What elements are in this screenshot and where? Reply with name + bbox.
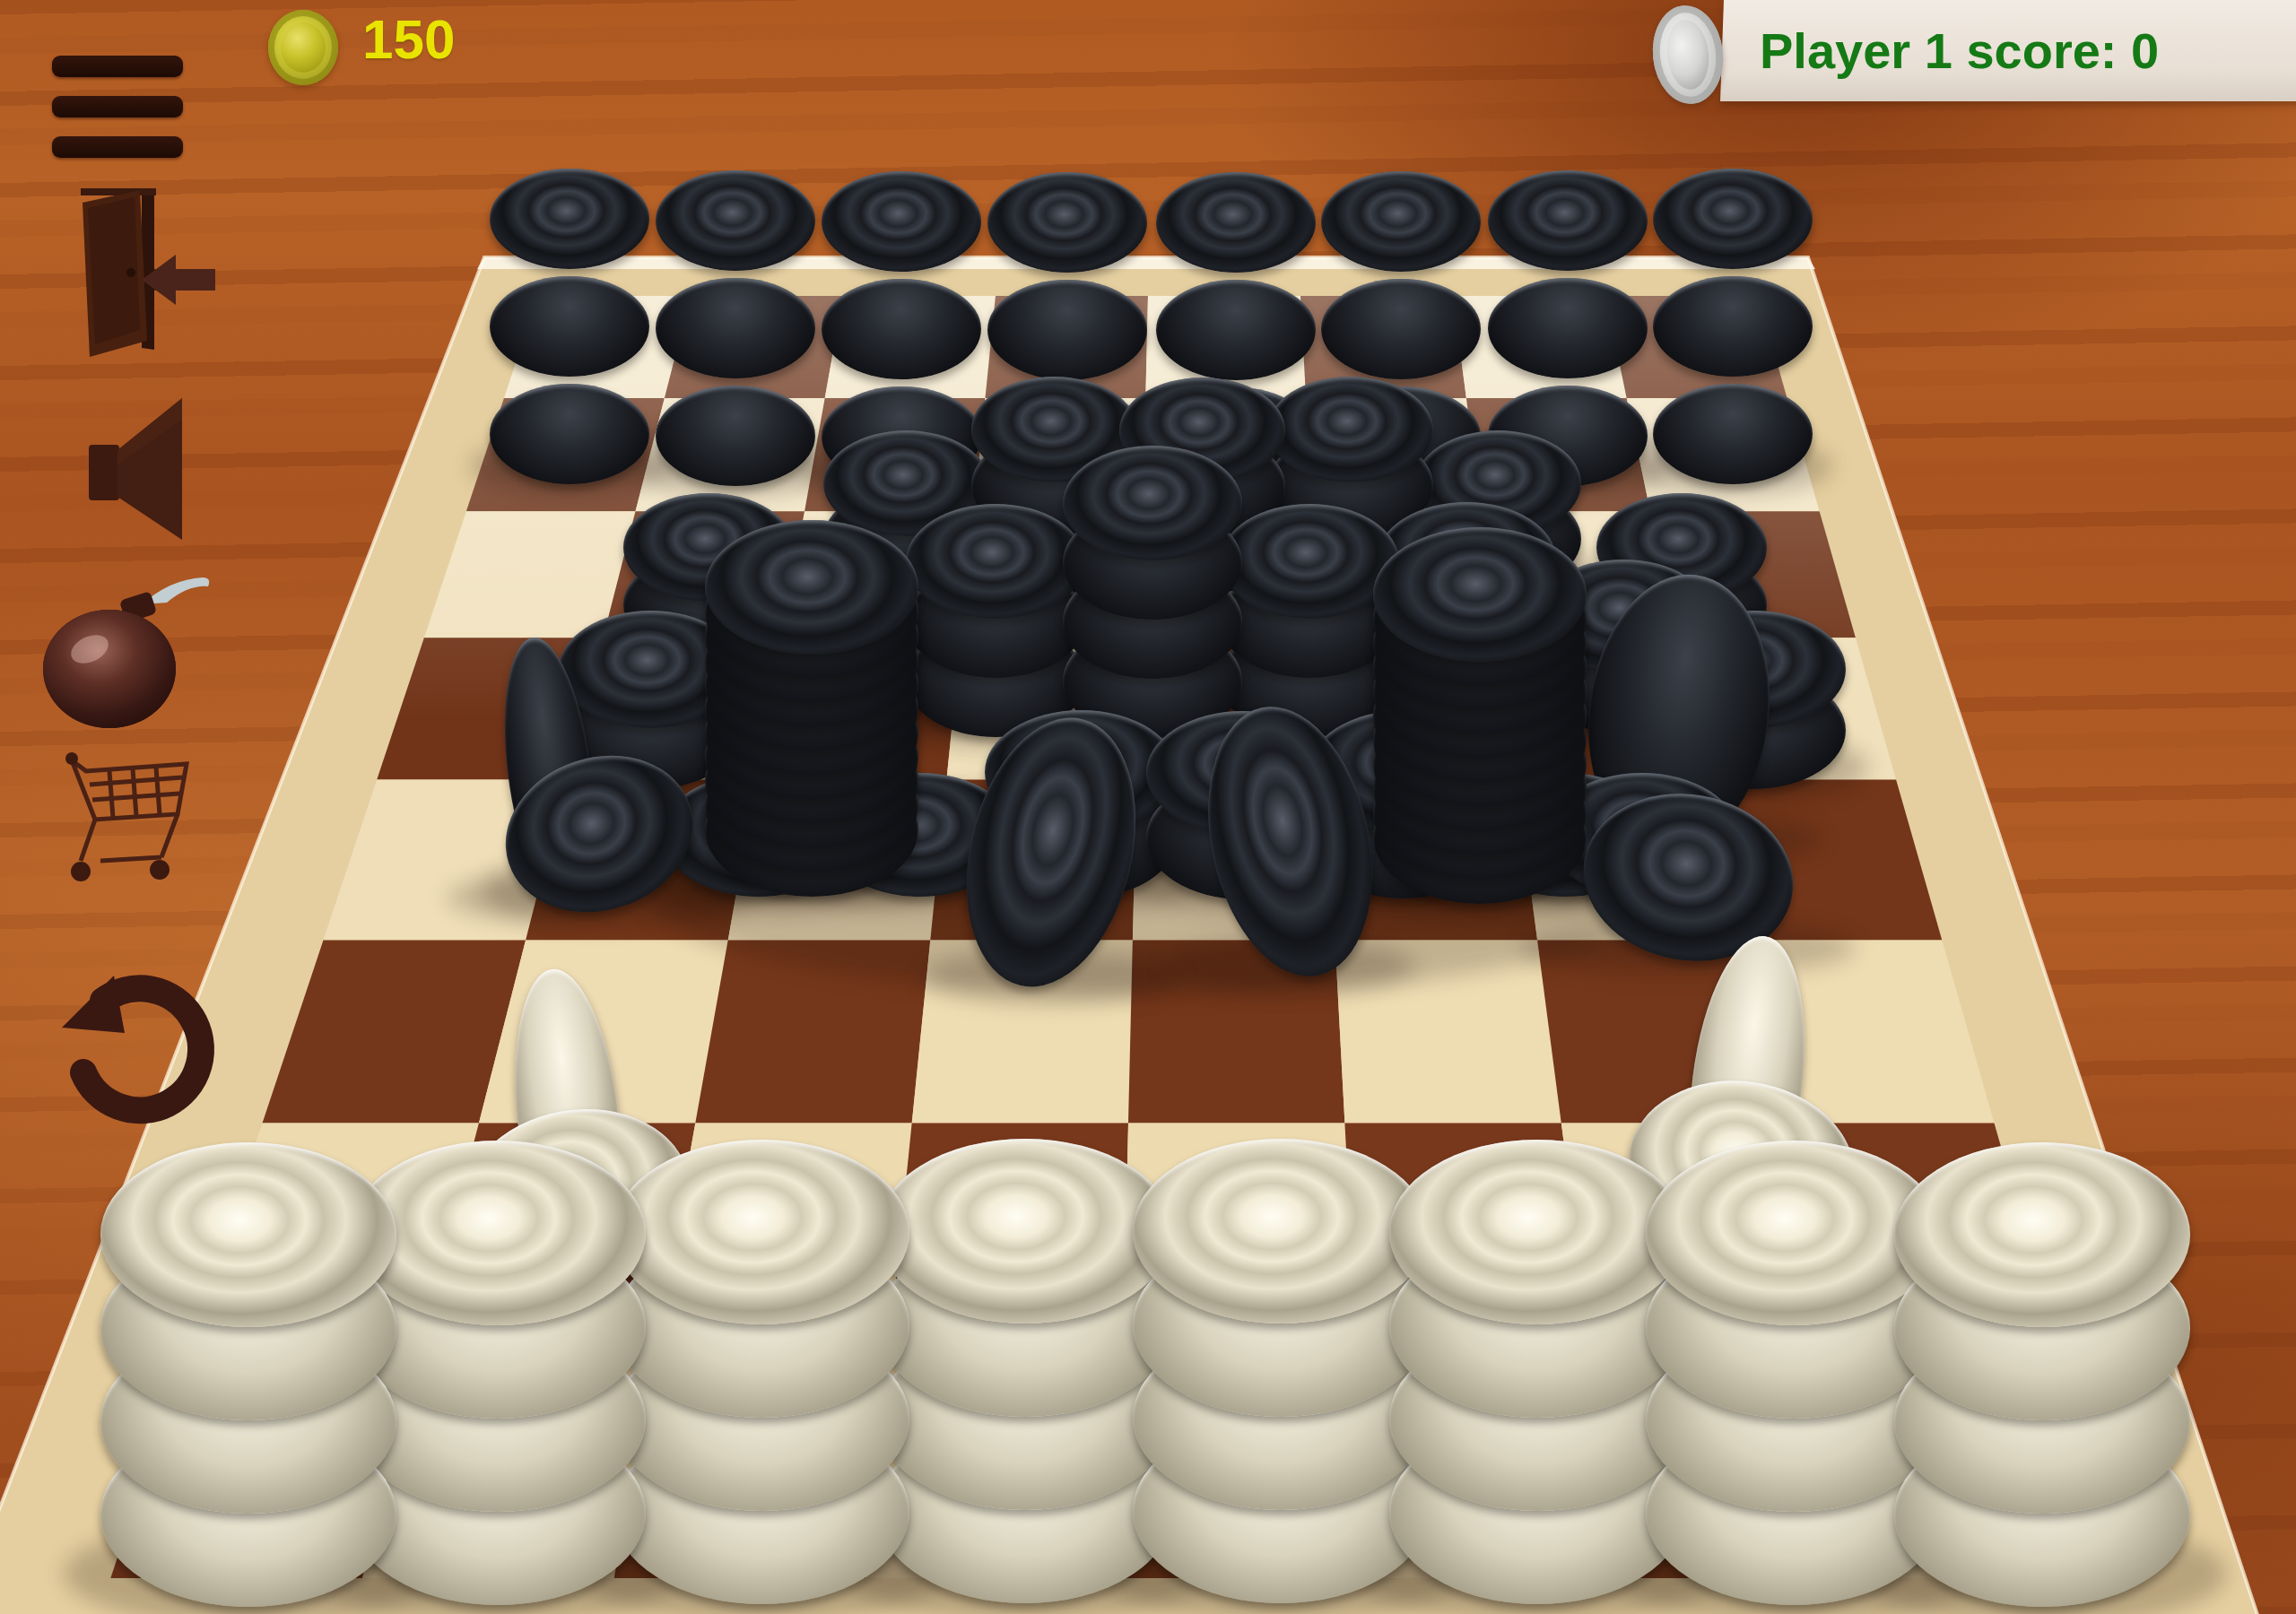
black-checker-disc[interactable] <box>490 384 649 484</box>
black-checker-disc[interactable] <box>1156 280 1316 380</box>
black-checker-disc[interactable] <box>1488 170 1648 271</box>
black-checker-disc[interactable] <box>656 170 815 271</box>
exit-door-button[interactable] <box>72 187 224 361</box>
black-checker-disc[interactable] <box>1321 171 1481 272</box>
black-checker-disc[interactable] <box>656 278 815 378</box>
black-checker-disc[interactable] <box>656 386 815 486</box>
black-checker-disc[interactable] <box>822 279 981 379</box>
white-checker-disc[interactable] <box>613 1140 909 1324</box>
game-screen: 150 Player 1 score: 0 <box>0 0 2296 1614</box>
speaker-icon[interactable] <box>85 393 188 545</box>
black-checker-disc[interactable] <box>1653 169 1813 269</box>
black-checker-disc[interactable] <box>1373 527 1587 662</box>
hamburger-menu-icon <box>52 96 183 117</box>
hamburger-menu-icon <box>52 136 183 158</box>
gold-coin-icon <box>268 10 338 85</box>
bomb-icon[interactable] <box>36 563 224 733</box>
black-checker-disc[interactable] <box>1653 276 1813 377</box>
white-checker-disc[interactable] <box>100 1142 396 1327</box>
black-checker-disc[interactable] <box>490 276 649 377</box>
hamburger-menu-icon <box>52 56 183 77</box>
white-checker-disc[interactable] <box>1133 1139 1429 1323</box>
white-checker-disc[interactable] <box>1894 1142 2190 1327</box>
black-checker-disc[interactable] <box>1488 278 1648 378</box>
black-checker-disc[interactable] <box>1653 384 1813 484</box>
black-checker-disc[interactable] <box>1220 504 1399 619</box>
black-checker-disc[interactable] <box>987 172 1147 273</box>
black-checker-disc[interactable] <box>1063 446 1242 560</box>
black-checker-disc[interactable] <box>1321 279 1481 379</box>
checker-pieces[interactable] <box>0 0 2296 1614</box>
black-checker-disc[interactable] <box>705 520 918 655</box>
undo-icon[interactable] <box>49 967 220 1132</box>
player-score-text: Player 1 score: 0 <box>1760 22 2159 80</box>
white-checker-disc[interactable] <box>1389 1140 1685 1324</box>
black-checker-disc[interactable] <box>490 169 649 269</box>
black-checker-disc[interactable] <box>1267 377 1433 482</box>
black-checker-disc[interactable] <box>987 280 1147 380</box>
shopping-cart-icon[interactable] <box>54 744 206 892</box>
black-checker-disc[interactable] <box>1156 172 1316 273</box>
black-checker-disc[interactable] <box>822 171 981 272</box>
coin-count: 150 <box>362 7 455 71</box>
black-checker-disc[interactable] <box>906 504 1085 619</box>
white-checker-disc[interactable] <box>877 1139 1173 1323</box>
